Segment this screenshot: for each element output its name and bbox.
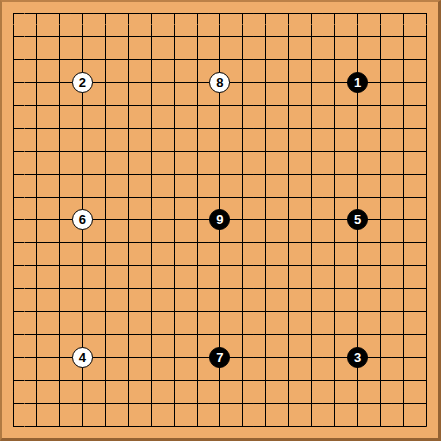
intersection[interactable]: [140, 392, 163, 415]
intersection[interactable]: [323, 94, 346, 117]
intersection[interactable]: [392, 369, 415, 392]
intersection[interactable]: [2, 2, 25, 25]
intersection[interactable]: [346, 277, 369, 300]
intersection[interactable]: [323, 140, 346, 163]
intersection[interactable]: [94, 94, 117, 117]
intersection[interactable]: [231, 392, 254, 415]
intersection[interactable]: [415, 140, 438, 163]
intersection[interactable]: [277, 25, 300, 48]
intersection[interactable]: [300, 392, 323, 415]
intersection[interactable]: [346, 2, 369, 25]
intersection[interactable]: [209, 140, 232, 163]
intersection[interactable]: [231, 346, 254, 369]
intersection[interactable]: [415, 71, 438, 94]
intersection[interactable]: [209, 369, 232, 392]
intersection[interactable]: [415, 25, 438, 48]
intersection[interactable]: [94, 71, 117, 94]
intersection[interactable]: [186, 369, 209, 392]
intersection[interactable]: [392, 392, 415, 415]
intersection[interactable]: [2, 300, 25, 323]
intersection[interactable]: [392, 209, 415, 232]
intersection[interactable]: [209, 300, 232, 323]
intersection[interactable]: [163, 71, 186, 94]
intersection[interactable]: [415, 117, 438, 140]
intersection[interactable]: [140, 323, 163, 346]
intersection[interactable]: [300, 117, 323, 140]
intersection[interactable]: [140, 2, 163, 25]
intersection[interactable]: [231, 2, 254, 25]
intersection[interactable]: [209, 94, 232, 117]
intersection[interactable]: [94, 254, 117, 277]
intersection[interactable]: [163, 2, 186, 25]
intersection[interactable]: [209, 48, 232, 71]
intersection[interactable]: [254, 346, 277, 369]
intersection[interactable]: [94, 2, 117, 25]
intersection[interactable]: [163, 117, 186, 140]
intersection[interactable]: [369, 300, 392, 323]
intersection[interactable]: [94, 140, 117, 163]
intersection[interactable]: [300, 209, 323, 232]
intersection[interactable]: [117, 117, 140, 140]
intersection[interactable]: [2, 346, 25, 369]
intersection[interactable]: [300, 323, 323, 346]
intersection[interactable]: 9: [209, 209, 232, 232]
intersection[interactable]: [323, 415, 346, 438]
intersection[interactable]: [277, 94, 300, 117]
intersection[interactable]: [415, 163, 438, 186]
intersection[interactable]: [415, 300, 438, 323]
intersection[interactable]: [117, 25, 140, 48]
intersection[interactable]: [346, 117, 369, 140]
intersection[interactable]: [163, 254, 186, 277]
intersection[interactable]: [186, 231, 209, 254]
intersection[interactable]: [231, 277, 254, 300]
intersection[interactable]: [392, 94, 415, 117]
intersection[interactable]: [209, 25, 232, 48]
intersection[interactable]: [71, 392, 94, 415]
intersection[interactable]: [209, 323, 232, 346]
intersection[interactable]: [369, 25, 392, 48]
intersection[interactable]: [25, 48, 48, 71]
intersection[interactable]: [231, 186, 254, 209]
intersection[interactable]: [71, 186, 94, 209]
intersection[interactable]: [369, 323, 392, 346]
intersection[interactable]: [94, 277, 117, 300]
intersection[interactable]: [94, 25, 117, 48]
intersection[interactable]: [392, 186, 415, 209]
intersection[interactable]: [254, 25, 277, 48]
intersection[interactable]: [48, 323, 71, 346]
intersection[interactable]: [140, 415, 163, 438]
intersection[interactable]: [231, 117, 254, 140]
intersection[interactable]: [346, 140, 369, 163]
intersection[interactable]: [415, 231, 438, 254]
intersection[interactable]: [163, 25, 186, 48]
intersection[interactable]: [254, 323, 277, 346]
intersection[interactable]: [94, 117, 117, 140]
intersection[interactable]: [369, 209, 392, 232]
intersection[interactable]: [25, 2, 48, 25]
intersection[interactable]: [254, 231, 277, 254]
intersection[interactable]: [25, 209, 48, 232]
intersection[interactable]: [369, 369, 392, 392]
intersection[interactable]: [186, 300, 209, 323]
intersection[interactable]: [94, 231, 117, 254]
intersection[interactable]: [323, 231, 346, 254]
intersection[interactable]: 6: [71, 209, 94, 232]
intersection[interactable]: [94, 186, 117, 209]
intersection[interactable]: [415, 2, 438, 25]
intersection[interactable]: [209, 163, 232, 186]
intersection[interactable]: [209, 186, 232, 209]
intersection[interactable]: [2, 323, 25, 346]
intersection[interactable]: [186, 71, 209, 94]
intersection[interactable]: [186, 415, 209, 438]
intersection[interactable]: [323, 48, 346, 71]
intersection[interactable]: [392, 231, 415, 254]
intersection[interactable]: [209, 254, 232, 277]
intersection[interactable]: [140, 369, 163, 392]
intersection[interactable]: [209, 415, 232, 438]
intersection[interactable]: [48, 71, 71, 94]
intersection[interactable]: [117, 186, 140, 209]
intersection[interactable]: [2, 186, 25, 209]
intersection[interactable]: [323, 186, 346, 209]
intersection[interactable]: [25, 71, 48, 94]
intersection[interactable]: [231, 300, 254, 323]
intersection[interactable]: [209, 2, 232, 25]
intersection[interactable]: 2: [71, 71, 94, 94]
intersection[interactable]: [117, 254, 140, 277]
intersection[interactable]: [94, 392, 117, 415]
intersection[interactable]: [277, 300, 300, 323]
intersection[interactable]: [369, 346, 392, 369]
intersection[interactable]: [163, 163, 186, 186]
intersection[interactable]: [163, 140, 186, 163]
intersection[interactable]: [25, 140, 48, 163]
intersection[interactable]: [140, 117, 163, 140]
intersection[interactable]: [25, 323, 48, 346]
intersection[interactable]: [254, 163, 277, 186]
intersection[interactable]: [117, 140, 140, 163]
intersection[interactable]: [71, 231, 94, 254]
intersection[interactable]: [392, 71, 415, 94]
intersection[interactable]: [163, 231, 186, 254]
intersection[interactable]: [369, 94, 392, 117]
intersection[interactable]: [140, 163, 163, 186]
intersection[interactable]: [300, 48, 323, 71]
intersection[interactable]: [94, 163, 117, 186]
intersection[interactable]: 4: [71, 346, 94, 369]
intersection[interactable]: [2, 231, 25, 254]
intersection[interactable]: [25, 231, 48, 254]
intersection[interactable]: [48, 117, 71, 140]
intersection[interactable]: [300, 300, 323, 323]
intersection[interactable]: [323, 323, 346, 346]
intersection[interactable]: [2, 94, 25, 117]
intersection[interactable]: [415, 369, 438, 392]
intersection[interactable]: [209, 392, 232, 415]
intersection[interactable]: [2, 209, 25, 232]
intersection[interactable]: [346, 254, 369, 277]
intersection[interactable]: [254, 94, 277, 117]
intersection[interactable]: 1: [346, 71, 369, 94]
intersection[interactable]: [94, 48, 117, 71]
intersection[interactable]: [346, 25, 369, 48]
intersection[interactable]: [231, 369, 254, 392]
intersection[interactable]: [277, 346, 300, 369]
intersection[interactable]: [323, 369, 346, 392]
intersection[interactable]: [392, 254, 415, 277]
intersection[interactable]: [277, 71, 300, 94]
intersection[interactable]: [163, 94, 186, 117]
intersection[interactable]: [117, 209, 140, 232]
intersection[interactable]: [117, 415, 140, 438]
intersection[interactable]: [71, 300, 94, 323]
intersection[interactable]: [71, 254, 94, 277]
intersection[interactable]: [25, 369, 48, 392]
intersection[interactable]: [277, 415, 300, 438]
intersection[interactable]: [209, 277, 232, 300]
intersection[interactable]: [48, 346, 71, 369]
intersection[interactable]: [300, 277, 323, 300]
intersection[interactable]: [300, 163, 323, 186]
intersection[interactable]: [117, 300, 140, 323]
intersection[interactable]: [186, 254, 209, 277]
intersection[interactable]: [392, 117, 415, 140]
intersection[interactable]: [369, 140, 392, 163]
intersection[interactable]: [140, 254, 163, 277]
intersection[interactable]: [117, 163, 140, 186]
intersection[interactable]: [254, 209, 277, 232]
intersection[interactable]: [94, 346, 117, 369]
intersection[interactable]: [369, 231, 392, 254]
intersection[interactable]: [323, 117, 346, 140]
intersection[interactable]: [140, 186, 163, 209]
intersection[interactable]: [254, 254, 277, 277]
intersection[interactable]: [186, 323, 209, 346]
intersection[interactable]: [415, 415, 438, 438]
intersection[interactable]: [231, 254, 254, 277]
intersection[interactable]: [186, 209, 209, 232]
intersection[interactable]: [231, 71, 254, 94]
intersection[interactable]: [254, 48, 277, 71]
intersection[interactable]: [231, 94, 254, 117]
intersection[interactable]: [231, 415, 254, 438]
intersection[interactable]: [25, 277, 48, 300]
intersection[interactable]: [346, 300, 369, 323]
intersection[interactable]: [140, 25, 163, 48]
intersection[interactable]: [94, 415, 117, 438]
intersection[interactable]: [346, 231, 369, 254]
intersection[interactable]: [277, 2, 300, 25]
intersection[interactable]: [48, 231, 71, 254]
intersection[interactable]: [415, 277, 438, 300]
intersection[interactable]: [254, 277, 277, 300]
intersection[interactable]: [369, 392, 392, 415]
intersection[interactable]: [71, 415, 94, 438]
intersection[interactable]: [300, 254, 323, 277]
intersection[interactable]: [2, 415, 25, 438]
intersection[interactable]: [323, 346, 346, 369]
intersection[interactable]: [369, 2, 392, 25]
intersection[interactable]: [71, 277, 94, 300]
intersection[interactable]: [415, 346, 438, 369]
intersection[interactable]: [254, 392, 277, 415]
intersection[interactable]: [415, 186, 438, 209]
intersection[interactable]: [300, 231, 323, 254]
intersection[interactable]: [140, 300, 163, 323]
intersection[interactable]: [369, 186, 392, 209]
intersection[interactable]: [186, 48, 209, 71]
intersection[interactable]: [71, 163, 94, 186]
intersection[interactable]: [323, 25, 346, 48]
intersection[interactable]: [415, 392, 438, 415]
intersection[interactable]: [94, 300, 117, 323]
intersection[interactable]: [231, 231, 254, 254]
intersection[interactable]: [71, 117, 94, 140]
intersection[interactable]: [48, 392, 71, 415]
intersection[interactable]: [140, 277, 163, 300]
intersection[interactable]: [254, 369, 277, 392]
intersection[interactable]: [392, 277, 415, 300]
intersection[interactable]: [277, 163, 300, 186]
intersection[interactable]: [346, 323, 369, 346]
intersection[interactable]: [254, 2, 277, 25]
intersection[interactable]: [48, 140, 71, 163]
intersection[interactable]: [369, 117, 392, 140]
intersection[interactable]: [117, 323, 140, 346]
intersection[interactable]: [186, 117, 209, 140]
intersection[interactable]: [277, 209, 300, 232]
intersection[interactable]: [163, 48, 186, 71]
intersection[interactable]: [415, 209, 438, 232]
intersection[interactable]: [369, 71, 392, 94]
intersection[interactable]: [25, 392, 48, 415]
intersection[interactable]: [186, 163, 209, 186]
intersection[interactable]: [163, 392, 186, 415]
intersection[interactable]: [48, 186, 71, 209]
intersection[interactable]: [117, 231, 140, 254]
intersection[interactable]: [117, 369, 140, 392]
intersection[interactable]: [323, 71, 346, 94]
intersection[interactable]: [254, 71, 277, 94]
intersection[interactable]: [186, 346, 209, 369]
intersection[interactable]: [163, 209, 186, 232]
intersection[interactable]: 7: [209, 346, 232, 369]
intersection[interactable]: [392, 346, 415, 369]
intersection[interactable]: [48, 254, 71, 277]
intersection[interactable]: [369, 415, 392, 438]
intersection[interactable]: [2, 392, 25, 415]
intersection[interactable]: [346, 186, 369, 209]
intersection[interactable]: [323, 392, 346, 415]
intersection[interactable]: [346, 415, 369, 438]
intersection[interactable]: [186, 186, 209, 209]
intersection[interactable]: [231, 48, 254, 71]
intersection[interactable]: [300, 71, 323, 94]
intersection[interactable]: [186, 25, 209, 48]
intersection[interactable]: [346, 392, 369, 415]
intersection[interactable]: [163, 186, 186, 209]
intersection[interactable]: [323, 254, 346, 277]
intersection[interactable]: [323, 209, 346, 232]
intersection[interactable]: [186, 140, 209, 163]
intersection[interactable]: [277, 48, 300, 71]
intersection[interactable]: [209, 231, 232, 254]
intersection[interactable]: [392, 415, 415, 438]
intersection[interactable]: [300, 140, 323, 163]
intersection[interactable]: [231, 140, 254, 163]
intersection[interactable]: [48, 369, 71, 392]
intersection[interactable]: [48, 2, 71, 25]
intersection[interactable]: [277, 277, 300, 300]
intersection[interactable]: [71, 2, 94, 25]
intersection[interactable]: [2, 25, 25, 48]
intersection[interactable]: [231, 25, 254, 48]
intersection[interactable]: [415, 254, 438, 277]
intersection[interactable]: [346, 48, 369, 71]
intersection[interactable]: [300, 94, 323, 117]
intersection[interactable]: [25, 163, 48, 186]
intersection[interactable]: [140, 94, 163, 117]
intersection[interactable]: [48, 300, 71, 323]
intersection[interactable]: [117, 2, 140, 25]
intersection[interactable]: [186, 277, 209, 300]
intersection[interactable]: [415, 48, 438, 71]
intersection[interactable]: [2, 71, 25, 94]
intersection[interactable]: [163, 323, 186, 346]
intersection[interactable]: [48, 94, 71, 117]
intersection[interactable]: [117, 346, 140, 369]
intersection[interactable]: [48, 209, 71, 232]
intersection[interactable]: [323, 2, 346, 25]
intersection[interactable]: [25, 254, 48, 277]
intersection[interactable]: [392, 323, 415, 346]
intersection[interactable]: [323, 163, 346, 186]
intersection[interactable]: [415, 323, 438, 346]
intersection[interactable]: [254, 117, 277, 140]
intersection[interactable]: [140, 140, 163, 163]
intersection[interactable]: [392, 48, 415, 71]
intersection[interactable]: [254, 186, 277, 209]
intersection[interactable]: [369, 163, 392, 186]
intersection[interactable]: [48, 277, 71, 300]
intersection[interactable]: [2, 48, 25, 71]
intersection[interactable]: [254, 140, 277, 163]
intersection[interactable]: [140, 231, 163, 254]
intersection[interactable]: [277, 231, 300, 254]
intersection[interactable]: [415, 94, 438, 117]
intersection[interactable]: [71, 94, 94, 117]
intersection[interactable]: [94, 369, 117, 392]
intersection[interactable]: [392, 140, 415, 163]
intersection[interactable]: [369, 277, 392, 300]
intersection[interactable]: [117, 94, 140, 117]
intersection[interactable]: [163, 415, 186, 438]
intersection[interactable]: [2, 369, 25, 392]
intersection[interactable]: [300, 2, 323, 25]
intersection[interactable]: [71, 369, 94, 392]
intersection[interactable]: [140, 71, 163, 94]
intersection[interactable]: [25, 117, 48, 140]
intersection[interactable]: [392, 300, 415, 323]
intersection[interactable]: 8: [209, 71, 232, 94]
intersection[interactable]: [25, 25, 48, 48]
intersection[interactable]: 3: [346, 346, 369, 369]
intersection[interactable]: [163, 369, 186, 392]
intersection[interactable]: [2, 140, 25, 163]
